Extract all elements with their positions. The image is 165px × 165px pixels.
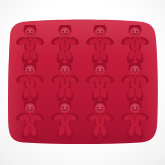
gingerbread-man-icon [48, 101, 82, 139]
gingerbread-man-icon [83, 63, 117, 101]
gingerbread-man-icon [48, 25, 82, 63]
head-highlight [130, 103, 140, 113]
gingerbread-man-cavity [47, 63, 82, 101]
head-highlight [95, 27, 105, 37]
gingerbread-man-cavity [83, 63, 118, 101]
head-highlight [24, 65, 34, 75]
head-highlight [130, 27, 140, 37]
gingerbread-man-cavity [118, 63, 153, 101]
head-highlight [24, 27, 34, 37]
gingerbread-man-icon [83, 101, 117, 139]
head-highlight [60, 103, 70, 113]
gingerbread-man-cavity [83, 101, 118, 139]
gingerbread-man-cavity [47, 101, 82, 139]
gingerbread-man-icon [118, 25, 152, 63]
product-photo [0, 0, 165, 165]
gingerbread-man-cavity [12, 101, 47, 139]
gingerbread-man-cavity [12, 25, 47, 63]
head-highlight [60, 27, 70, 37]
head-highlight [24, 103, 34, 113]
gingerbread-man-icon [13, 63, 47, 101]
gingerbread-man-icon [13, 25, 47, 63]
gingerbread-man-icon [83, 25, 117, 63]
gingerbread-man-cavity [118, 101, 153, 139]
gingerbread-man-cavity [47, 25, 82, 63]
gingerbread-man-icon [118, 101, 152, 139]
gingerbread-man-cavity [118, 25, 153, 63]
gingerbread-man-icon [13, 101, 47, 139]
gingerbread-man-icon [48, 63, 82, 101]
gingerbread-man-cavity [12, 63, 47, 101]
head-highlight [130, 65, 140, 75]
head-highlight [95, 65, 105, 75]
head-highlight [60, 65, 70, 75]
gingerbread-man-cavity [83, 25, 118, 63]
head-highlight [95, 103, 105, 113]
gingerbread-man-icon [118, 63, 152, 101]
cavity-grid [12, 25, 153, 139]
